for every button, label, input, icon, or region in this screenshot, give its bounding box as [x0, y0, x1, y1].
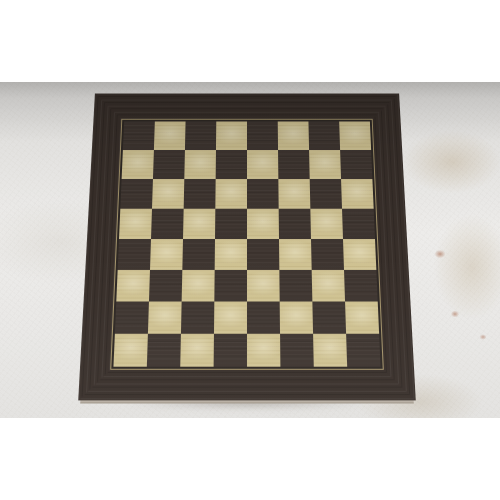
playing-area: [110, 119, 384, 370]
square-r3c2: [152, 179, 184, 209]
chessboard: [78, 94, 416, 401]
square-r5c2: [150, 239, 183, 270]
square-r6c8: [344, 270, 378, 302]
square-r6c2: [149, 270, 182, 302]
square-r1c7: [308, 121, 340, 149]
square-r4c8: [342, 209, 375, 239]
square-r2c6: [278, 150, 310, 179]
square-r7c4: [214, 302, 247, 334]
square-r1c5: [247, 121, 278, 149]
square-r2c2: [153, 150, 185, 179]
square-r4c1: [119, 209, 152, 239]
square-r8c5: [247, 334, 280, 367]
square-r7c1: [115, 302, 149, 334]
square-r2c1: [122, 150, 154, 179]
square-r1c1: [123, 121, 155, 149]
square-r8c7: [313, 334, 347, 367]
board-frame-top: [93, 94, 400, 120]
square-r6c4: [214, 270, 247, 302]
square-r8c3: [180, 334, 214, 367]
square-r1c4: [216, 121, 247, 149]
square-r8c1: [113, 334, 147, 367]
square-r7c6: [280, 302, 313, 334]
square-r7c2: [148, 302, 182, 334]
square-r7c8: [345, 302, 379, 334]
square-r6c3: [182, 270, 215, 302]
square-r5c6: [279, 239, 312, 270]
square-r3c8: [341, 179, 374, 209]
board-side-edge: [80, 400, 414, 403]
square-r3c5: [247, 179, 279, 209]
playing-grid: [113, 121, 380, 366]
square-r1c3: [185, 121, 216, 149]
square-r7c5: [247, 302, 280, 334]
square-r1c6: [278, 121, 309, 149]
square-r2c5: [247, 150, 278, 179]
square-r2c4: [216, 150, 247, 179]
square-r5c4: [215, 239, 247, 270]
square-r5c3: [182, 239, 215, 270]
square-r5c7: [311, 239, 344, 270]
square-r4c2: [151, 209, 184, 239]
square-r5c8: [343, 239, 376, 270]
square-r6c5: [247, 270, 280, 302]
square-r2c3: [184, 150, 216, 179]
square-r8c6: [280, 334, 314, 367]
board-frame-bottom: [78, 369, 416, 401]
square-r5c1: [118, 239, 151, 270]
square-r6c6: [279, 270, 312, 302]
square-r4c5: [247, 209, 279, 239]
square-r2c8: [340, 150, 372, 179]
square-r8c2: [147, 334, 181, 367]
square-r6c1: [116, 270, 150, 302]
square-r4c7: [310, 209, 343, 239]
square-r3c7: [310, 179, 342, 209]
square-r1c2: [154, 121, 186, 149]
square-r1c8: [339, 121, 371, 149]
square-r4c6: [279, 209, 311, 239]
square-r4c4: [215, 209, 247, 239]
square-r8c8: [346, 334, 380, 367]
square-r3c4: [215, 179, 247, 209]
square-r7c3: [181, 302, 214, 334]
square-r2c7: [309, 150, 341, 179]
square-r3c1: [120, 179, 153, 209]
photo-canvas: [0, 0, 500, 500]
square-r3c3: [184, 179, 216, 209]
square-r4c3: [183, 209, 215, 239]
square-r8c4: [214, 334, 247, 367]
square-r6c7: [312, 270, 345, 302]
square-r3c6: [278, 179, 310, 209]
square-r7c7: [312, 302, 346, 334]
square-r5c5: [247, 239, 279, 270]
